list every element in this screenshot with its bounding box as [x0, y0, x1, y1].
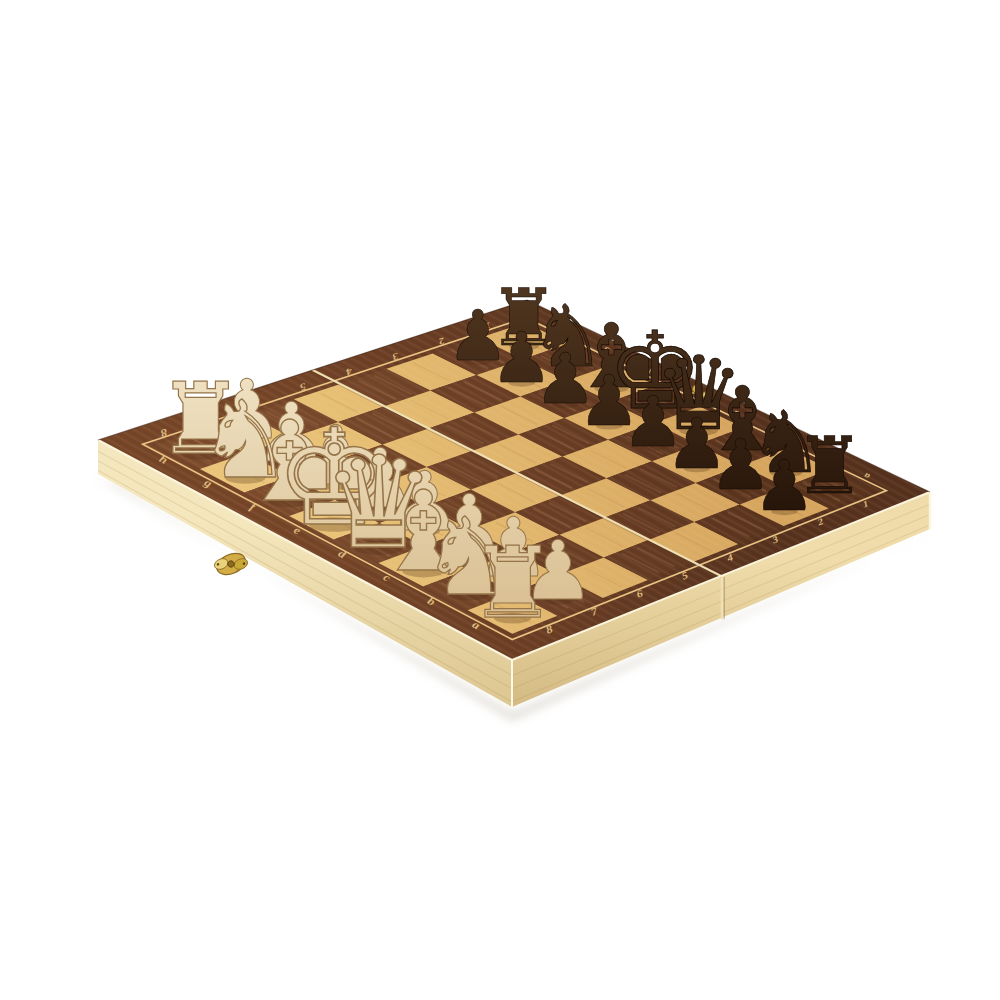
piece-glyph: ♟: [753, 445, 816, 526]
piece-glyph: ♜: [468, 525, 556, 640]
chess-set-product-photo: h88hg77gf66fe55ed44dc33cb22ba11a♜♟♞♟♝♟♚♟…: [0, 0, 1000, 1000]
piece-black-pawn-a2: ♟: [753, 445, 816, 526]
chess-board-scene: h88hg77gf66fe55ed44dc33cb22ba11a♜♟♞♟♝♟♚♟…: [0, 0, 1000, 1000]
piece-white-rook-a8: ♜: [468, 525, 556, 640]
